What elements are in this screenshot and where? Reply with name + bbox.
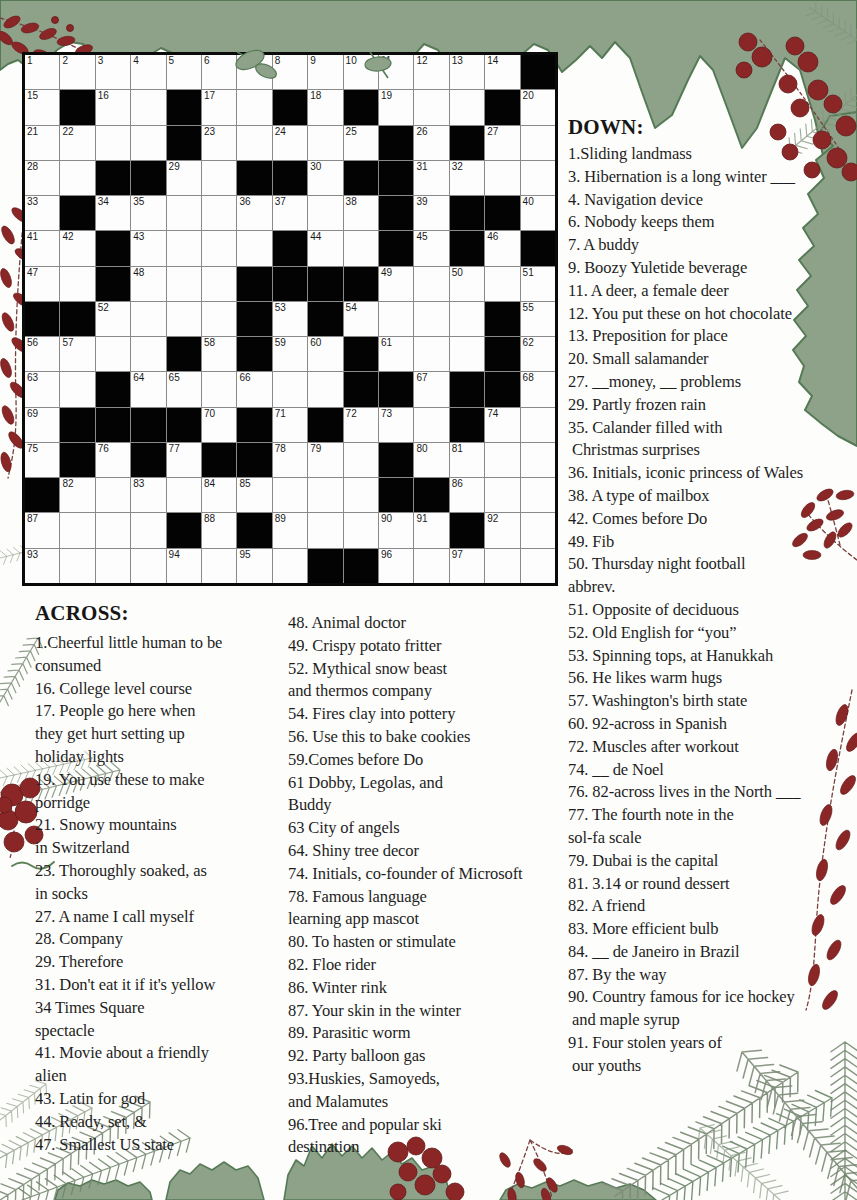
grid-cell[interactable] bbox=[96, 337, 130, 371]
cell-number: 21 bbox=[27, 126, 38, 137]
grid-cell[interactable]: 41 bbox=[25, 231, 59, 265]
grid-cell[interactable] bbox=[167, 478, 201, 512]
grid-cell[interactable]: 40 bbox=[521, 196, 555, 230]
grid-cell[interactable]: 35 bbox=[131, 196, 165, 230]
cell-number: 12 bbox=[416, 55, 427, 66]
down-clue: 90. Country famous for ice hockey and ma… bbox=[568, 986, 857, 1032]
cell-number: 63 bbox=[27, 372, 38, 383]
grid-cell[interactable] bbox=[131, 126, 165, 160]
grid-cell[interactable] bbox=[131, 90, 165, 124]
black-cell bbox=[414, 478, 448, 512]
black-cell bbox=[450, 231, 484, 265]
black-cell bbox=[96, 161, 130, 195]
black-cell bbox=[273, 161, 307, 195]
grid-cell[interactable]: 96 bbox=[379, 549, 413, 583]
grid-cell[interactable] bbox=[450, 90, 484, 124]
grid-cell[interactable]: 73 bbox=[379, 408, 413, 442]
black-cell bbox=[273, 90, 307, 124]
grid-cell[interactable]: 60 bbox=[308, 337, 342, 371]
cell-number: 5 bbox=[169, 55, 175, 66]
grid-cell[interactable]: 10 bbox=[344, 55, 378, 89]
across-clue: 74. Initials, co-founder of Microsoft bbox=[288, 863, 574, 886]
down-clue: 7. A buddy bbox=[568, 234, 857, 257]
black-cell bbox=[96, 267, 130, 301]
grid-cell[interactable]: 65 bbox=[167, 372, 201, 406]
grid-cell[interactable]: 34 bbox=[96, 196, 130, 230]
grid-cell[interactable]: 32 bbox=[450, 161, 484, 195]
grid-cell[interactable]: 42 bbox=[60, 231, 94, 265]
grid-cell[interactable] bbox=[485, 549, 519, 583]
cell-number: 23 bbox=[204, 126, 215, 137]
grid-cell[interactable]: 39 bbox=[414, 196, 448, 230]
grid-cell[interactable]: 43 bbox=[131, 231, 165, 265]
grid-cell[interactable]: 66 bbox=[237, 372, 271, 406]
grid-cell[interactable]: 85 bbox=[237, 478, 271, 512]
grid-cell[interactable]: 80 bbox=[414, 443, 448, 477]
down-clue: 20. Small salamander bbox=[568, 348, 857, 371]
black-cell bbox=[237, 302, 271, 336]
across-clue: 23. Thoroughly soaked, as in socks bbox=[35, 860, 289, 906]
black-cell bbox=[237, 337, 271, 371]
grid-cell[interactable]: 21 bbox=[25, 126, 59, 160]
grid-cell[interactable] bbox=[450, 302, 484, 336]
grid-cell[interactable]: 52 bbox=[96, 302, 130, 336]
grid-cell[interactable] bbox=[131, 513, 165, 547]
grid-cell[interactable]: 77 bbox=[167, 443, 201, 477]
grid-cell[interactable]: 18 bbox=[308, 90, 342, 124]
grid-cell[interactable]: 24 bbox=[273, 126, 307, 160]
cell-number: 68 bbox=[523, 372, 534, 383]
cell-number: 14 bbox=[487, 55, 498, 66]
grid-cell[interactable] bbox=[521, 408, 555, 442]
grid-cell[interactable] bbox=[344, 443, 378, 477]
cell-number: 41 bbox=[27, 231, 38, 242]
cell-number: 85 bbox=[239, 478, 250, 489]
cell-number: 30 bbox=[310, 161, 321, 172]
grid-cell[interactable]: 47 bbox=[25, 267, 59, 301]
grid-cell[interactable]: 94 bbox=[167, 549, 201, 583]
grid-cell[interactable]: 72 bbox=[344, 408, 378, 442]
grid-cell[interactable]: 20 bbox=[521, 90, 555, 124]
grid-cell[interactable] bbox=[96, 478, 130, 512]
grid-cell[interactable]: 55 bbox=[521, 302, 555, 336]
across-clue: 47. Smallest US state bbox=[35, 1134, 289, 1157]
grid-cell[interactable]: 44 bbox=[308, 231, 342, 265]
across-clue: 89. Parasitic worm bbox=[288, 1022, 574, 1045]
black-cell bbox=[521, 55, 555, 89]
cell-number: 59 bbox=[275, 337, 286, 348]
grid-cell[interactable]: 68 bbox=[521, 372, 555, 406]
grid-cell[interactable] bbox=[60, 549, 94, 583]
grid-cell[interactable]: 50 bbox=[450, 267, 484, 301]
black-cell bbox=[521, 231, 555, 265]
cell-number: 38 bbox=[346, 196, 357, 207]
grid-cell[interactable]: 9 bbox=[308, 55, 342, 89]
down-clue: 74. __ de Noel bbox=[568, 759, 857, 782]
grid-cell[interactable] bbox=[131, 549, 165, 583]
grid-cell[interactable]: 74 bbox=[485, 408, 519, 442]
black-cell bbox=[131, 408, 165, 442]
grid-cell[interactable]: 13 bbox=[450, 55, 484, 89]
grid-cell[interactable]: 59 bbox=[273, 337, 307, 371]
grid-cell[interactable]: 93 bbox=[25, 549, 59, 583]
cell-number: 82 bbox=[62, 478, 73, 489]
grid-cell[interactable]: 84 bbox=[202, 478, 236, 512]
grid-cell[interactable]: 86 bbox=[450, 478, 484, 512]
grid-cell[interactable] bbox=[202, 231, 236, 265]
cell-number: 84 bbox=[204, 478, 215, 489]
down-clue: 77. The fourth note in the sol-fa scale bbox=[568, 804, 857, 850]
cell-number: 25 bbox=[346, 126, 357, 137]
cell-number: 66 bbox=[239, 372, 250, 383]
grid-cell[interactable]: 71 bbox=[273, 408, 307, 442]
grid-cell[interactable]: 83 bbox=[131, 478, 165, 512]
grid-cell[interactable] bbox=[202, 302, 236, 336]
grid-cell[interactable] bbox=[344, 231, 378, 265]
grid-cell[interactable] bbox=[414, 549, 448, 583]
down-clue: 36. Initials, iconic princess of Wales bbox=[568, 462, 857, 485]
black-cell bbox=[237, 408, 271, 442]
cell-number: 71 bbox=[275, 408, 286, 419]
down-clue: 3. Hibernation is a long winter ___ bbox=[568, 166, 857, 189]
grid-cell[interactable] bbox=[521, 443, 555, 477]
grid-cell[interactable] bbox=[96, 549, 130, 583]
black-cell bbox=[379, 231, 413, 265]
grid-cell[interactable] bbox=[202, 161, 236, 195]
grid-cell[interactable] bbox=[167, 302, 201, 336]
grid-cell[interactable] bbox=[414, 302, 448, 336]
grid-cell[interactable]: 62 bbox=[521, 337, 555, 371]
grid-cell[interactable]: 97 bbox=[450, 549, 484, 583]
black-cell bbox=[308, 267, 342, 301]
grid-cell[interactable] bbox=[131, 337, 165, 371]
cell-number: 48 bbox=[133, 267, 144, 278]
black-cell bbox=[379, 126, 413, 160]
grid-cell[interactable] bbox=[237, 90, 271, 124]
cell-number: 13 bbox=[452, 55, 463, 66]
grid-cell[interactable] bbox=[202, 549, 236, 583]
grid-cell[interactable]: 16 bbox=[96, 90, 130, 124]
cell-number: 90 bbox=[381, 513, 392, 524]
grid-cell[interactable] bbox=[414, 337, 448, 371]
black-cell bbox=[379, 161, 413, 195]
grid-cell[interactable]: 15 bbox=[25, 90, 59, 124]
grid-cell[interactable] bbox=[414, 408, 448, 442]
grid-cell[interactable]: 88 bbox=[202, 513, 236, 547]
grid-cell[interactable]: 11 bbox=[379, 55, 413, 89]
down-clue: 56. He likes warm hugs bbox=[568, 667, 857, 690]
across-clue: 63 City of angels bbox=[288, 817, 574, 840]
down-clue-list: 1.Sliding landmass3. Hibernation is a lo… bbox=[568, 143, 857, 1078]
across-clue: 17. People go here when they get hurt se… bbox=[35, 700, 289, 768]
black-cell bbox=[96, 372, 130, 406]
down-clue: 91. Four stolen years of our youths bbox=[568, 1032, 857, 1078]
grid-cell[interactable]: 36 bbox=[237, 196, 271, 230]
grid-cell[interactable] bbox=[308, 478, 342, 512]
cell-number: 51 bbox=[523, 267, 534, 278]
grid-cell[interactable]: 38 bbox=[344, 196, 378, 230]
grid-cell[interactable]: 58 bbox=[202, 337, 236, 371]
cell-number: 75 bbox=[27, 443, 38, 454]
grid-cell[interactable] bbox=[273, 372, 307, 406]
cell-number: 89 bbox=[275, 513, 286, 524]
cell-number: 61 bbox=[381, 337, 392, 348]
grid-cell[interactable]: 19 bbox=[379, 90, 413, 124]
across-clue: 93.Huskies, Samoyeds, and Malamutes bbox=[288, 1068, 574, 1114]
grid-cell[interactable]: 67 bbox=[414, 372, 448, 406]
across-clue: 54. Fires clay into pottery bbox=[288, 703, 574, 726]
grid-cell[interactable] bbox=[167, 231, 201, 265]
grid-cell[interactable]: 48 bbox=[131, 267, 165, 301]
grid-cell[interactable] bbox=[308, 513, 342, 547]
grid-cell[interactable]: 3 bbox=[96, 55, 130, 89]
grid-cell[interactable]: 61 bbox=[379, 337, 413, 371]
grid-cell[interactable]: 82 bbox=[60, 478, 94, 512]
across-clue: 78. Famous language learning app mascot bbox=[288, 886, 574, 932]
grid-cell[interactable] bbox=[521, 126, 555, 160]
grid-cell[interactable]: 78 bbox=[273, 443, 307, 477]
cell-number: 86 bbox=[452, 478, 463, 489]
grid-cell[interactable]: 79 bbox=[308, 443, 342, 477]
grid-cell[interactable] bbox=[450, 337, 484, 371]
grid-cell[interactable] bbox=[485, 161, 519, 195]
grid-cell[interactable] bbox=[485, 443, 519, 477]
grid-cell[interactable] bbox=[60, 267, 94, 301]
grid-cell[interactable]: 54 bbox=[344, 302, 378, 336]
grid-cell[interactable] bbox=[485, 478, 519, 512]
grid-cell[interactable] bbox=[237, 126, 271, 160]
grid-cell[interactable] bbox=[202, 196, 236, 230]
cell-number: 78 bbox=[275, 443, 286, 454]
cell-number: 1 bbox=[27, 55, 33, 66]
black-cell bbox=[344, 161, 378, 195]
cell-number: 29 bbox=[169, 161, 180, 172]
black-cell bbox=[202, 443, 236, 477]
across-clue: 48. Animal doctor bbox=[288, 612, 574, 635]
across-clue: 82. Floe rider bbox=[288, 954, 574, 977]
grid-cell[interactable] bbox=[414, 90, 448, 124]
cell-number: 52 bbox=[98, 302, 109, 313]
cell-number: 67 bbox=[416, 372, 427, 383]
black-cell bbox=[485, 196, 519, 230]
black-cell bbox=[273, 267, 307, 301]
cell-number: 47 bbox=[27, 267, 38, 278]
down-clue: 52. Old English for “you” bbox=[568, 622, 857, 645]
grid-cell[interactable]: 56 bbox=[25, 337, 59, 371]
grid-cell[interactable]: 25 bbox=[344, 126, 378, 160]
cell-number: 69 bbox=[27, 408, 38, 419]
grid-cell[interactable] bbox=[521, 478, 555, 512]
grid-cell[interactable] bbox=[344, 478, 378, 512]
across-clue: 52. Mythical snow beast and thermos comp… bbox=[288, 658, 574, 704]
grid-cell[interactable]: 70 bbox=[202, 408, 236, 442]
grid-cell[interactable] bbox=[167, 196, 201, 230]
grid-cell[interactable]: 81 bbox=[450, 443, 484, 477]
black-cell bbox=[450, 196, 484, 230]
down-clue: 13. Preposition for place bbox=[568, 325, 857, 348]
grid-cell[interactable] bbox=[60, 513, 94, 547]
grid-cell[interactable]: 75 bbox=[25, 443, 59, 477]
grid-cell[interactable]: 22 bbox=[60, 126, 94, 160]
grid-cell[interactable] bbox=[308, 126, 342, 160]
cell-number: 15 bbox=[27, 90, 38, 101]
grid-cell[interactable] bbox=[237, 231, 271, 265]
cell-number: 56 bbox=[27, 337, 38, 348]
grid-cell[interactable]: 49 bbox=[379, 267, 413, 301]
grid-cell[interactable] bbox=[414, 267, 448, 301]
grid-cell[interactable] bbox=[521, 549, 555, 583]
grid-cell[interactable] bbox=[60, 161, 94, 195]
across-clue: 64. Shiny tree decor bbox=[288, 840, 574, 863]
cell-number: 39 bbox=[416, 196, 427, 207]
black-cell bbox=[131, 443, 165, 477]
down-clue: 49. Fib bbox=[568, 531, 857, 554]
grid-cell[interactable]: 51 bbox=[521, 267, 555, 301]
grid-cell[interactable]: 14 bbox=[485, 55, 519, 89]
grid-cell[interactable] bbox=[379, 302, 413, 336]
across-clue: 29. Therefore bbox=[35, 951, 289, 974]
grid-cell[interactable]: 4 bbox=[131, 55, 165, 89]
grid-cell[interactable]: 57 bbox=[60, 337, 94, 371]
grid-cell[interactable] bbox=[202, 372, 236, 406]
grid-cell[interactable]: 53 bbox=[273, 302, 307, 336]
across-clue: 31. Don't eat it if it's yellow bbox=[35, 974, 289, 997]
cell-number: 3 bbox=[98, 55, 104, 66]
grid-cell[interactable]: 23 bbox=[202, 126, 236, 160]
down-clue: 4. Navigation device bbox=[568, 189, 857, 212]
grid-cell[interactable]: 90 bbox=[379, 513, 413, 547]
down-clue: 53. Spinning tops, at Hanukkah bbox=[568, 645, 857, 668]
grid-cell[interactable]: 91 bbox=[414, 513, 448, 547]
grid-cell[interactable] bbox=[273, 549, 307, 583]
black-cell bbox=[167, 513, 201, 547]
cell-number: 4 bbox=[133, 55, 139, 66]
cell-number: 18 bbox=[310, 90, 321, 101]
grid-cell[interactable]: 87 bbox=[25, 513, 59, 547]
cell-number: 28 bbox=[27, 161, 38, 172]
down-clue: 82. A friend bbox=[568, 895, 857, 918]
grid-cell[interactable]: 26 bbox=[414, 126, 448, 160]
down-clues-section: DOWN: 1.Sliding landmass3. Hibernation i… bbox=[568, 114, 857, 1078]
grid-cell[interactable] bbox=[96, 513, 130, 547]
down-clue: 27. __money, __ problems bbox=[568, 371, 857, 394]
grid-cell[interactable] bbox=[308, 196, 342, 230]
black-cell bbox=[379, 196, 413, 230]
down-heading: DOWN: bbox=[568, 114, 857, 140]
grid-cell[interactable]: 92 bbox=[485, 513, 519, 547]
grid-cell[interactable] bbox=[131, 302, 165, 336]
grid-cell[interactable]: 63 bbox=[25, 372, 59, 406]
across-clue: 96.Tree and popular ski destination bbox=[288, 1114, 574, 1160]
cell-number: 83 bbox=[133, 478, 144, 489]
cell-number: 94 bbox=[169, 549, 180, 560]
grid-cell[interactable]: 5 bbox=[167, 55, 201, 89]
cell-number: 20 bbox=[523, 90, 534, 101]
across-clue: 59.Comes before Do bbox=[288, 749, 574, 772]
black-cell bbox=[25, 302, 59, 336]
cell-number: 97 bbox=[452, 549, 463, 560]
grid-cell[interactable]: 76 bbox=[96, 443, 130, 477]
grid-cell[interactable]: 31 bbox=[414, 161, 448, 195]
cell-number: 53 bbox=[275, 302, 286, 313]
grid-cell[interactable]: 46 bbox=[485, 231, 519, 265]
grid-cell[interactable]: 33 bbox=[25, 196, 59, 230]
grid-cell[interactable] bbox=[344, 513, 378, 547]
black-cell bbox=[60, 90, 94, 124]
grid-cell[interactable]: 27 bbox=[485, 126, 519, 160]
grid-cell[interactable] bbox=[202, 267, 236, 301]
cell-number: 36 bbox=[239, 196, 250, 207]
grid-cell[interactable]: 69 bbox=[25, 408, 59, 442]
grid-cell[interactable] bbox=[521, 513, 555, 547]
grid-cell[interactable]: 8 bbox=[273, 55, 307, 89]
black-cell bbox=[308, 302, 342, 336]
cell-number: 55 bbox=[523, 302, 534, 313]
black-cell bbox=[96, 231, 130, 265]
cell-number: 60 bbox=[310, 337, 321, 348]
grid-cell[interactable]: 29 bbox=[167, 161, 201, 195]
black-cell bbox=[450, 372, 484, 406]
grid-cell[interactable]: 89 bbox=[273, 513, 307, 547]
across-clue: 34 Times Square spectacle bbox=[35, 997, 289, 1043]
grid-cell[interactable] bbox=[485, 267, 519, 301]
grid-cell[interactable]: 12 bbox=[414, 55, 448, 89]
across-clue-list-1: 1.Cheerful little human to be consumed16… bbox=[35, 632, 289, 1156]
across-clue: 92. Party balloon gas bbox=[288, 1045, 574, 1068]
down-clue: 60. 92-across in Spanish bbox=[568, 713, 857, 736]
cell-number: 77 bbox=[169, 443, 180, 454]
cell-number: 11 bbox=[381, 55, 391, 66]
cell-number: 44 bbox=[310, 231, 321, 242]
grid-cell[interactable]: 45 bbox=[414, 231, 448, 265]
cell-number: 17 bbox=[204, 90, 215, 101]
grid-cell[interactable] bbox=[308, 372, 342, 406]
grid-cell[interactable] bbox=[96, 126, 130, 160]
across-clue: 1.Cheerful little human to be consumed bbox=[35, 632, 289, 678]
grid-cell[interactable]: 7 bbox=[237, 55, 271, 89]
grid-cell[interactable] bbox=[273, 478, 307, 512]
black-cell bbox=[167, 90, 201, 124]
black-cell bbox=[379, 372, 413, 406]
across-clue: 27. A name I call myself bbox=[35, 906, 289, 929]
grid-cell[interactable]: 64 bbox=[131, 372, 165, 406]
crossword-page: 1234567891011121314151617181920212223242… bbox=[0, 0, 857, 1200]
cell-number: 76 bbox=[98, 443, 109, 454]
grid-cell[interactable]: 1 bbox=[25, 55, 59, 89]
grid-cell[interactable]: 30 bbox=[308, 161, 342, 195]
cell-number: 79 bbox=[310, 443, 321, 454]
grid-cell[interactable]: 6 bbox=[202, 55, 236, 89]
black-cell bbox=[167, 337, 201, 371]
cell-number: 19 bbox=[381, 90, 392, 101]
grid-cell[interactable]: 37 bbox=[273, 196, 307, 230]
grid-cell[interactable] bbox=[521, 161, 555, 195]
cell-number: 64 bbox=[133, 372, 144, 383]
cell-number: 50 bbox=[452, 267, 463, 278]
down-clue: 6. Nobody keeps them bbox=[568, 211, 857, 234]
black-cell bbox=[344, 90, 378, 124]
black-cell bbox=[167, 408, 201, 442]
grid-cell[interactable]: 95 bbox=[237, 549, 271, 583]
grid-cell[interactable]: 28 bbox=[25, 161, 59, 195]
black-cell bbox=[485, 90, 519, 124]
grid-cell[interactable] bbox=[167, 267, 201, 301]
grid-cell[interactable]: 17 bbox=[202, 90, 236, 124]
black-cell bbox=[237, 513, 271, 547]
grid-cell[interactable] bbox=[60, 372, 94, 406]
grid-cell[interactable]: 2 bbox=[60, 55, 94, 89]
black-cell bbox=[485, 337, 519, 371]
